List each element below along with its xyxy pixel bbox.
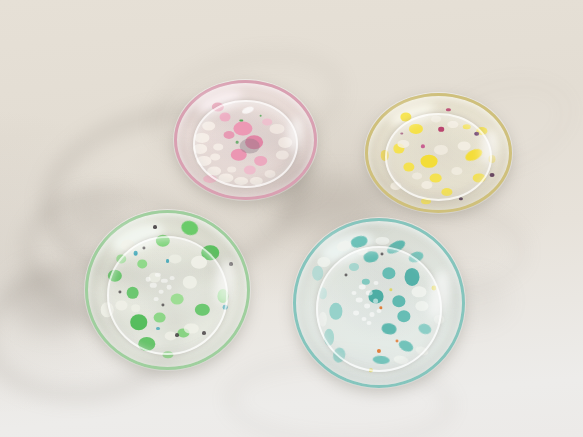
bowl-green xyxy=(85,210,250,370)
speckle xyxy=(446,108,450,111)
speckle xyxy=(229,262,233,266)
speckle xyxy=(431,286,436,291)
glass-bowls xyxy=(0,0,583,437)
speckle xyxy=(318,257,331,267)
bowl-pink xyxy=(174,80,317,200)
speckle xyxy=(153,225,157,229)
speckle xyxy=(490,173,495,177)
speckle xyxy=(489,155,496,163)
bowl-inner-rim xyxy=(385,113,492,201)
bowl-yellow xyxy=(365,93,512,213)
speckle xyxy=(376,237,389,245)
photo xyxy=(0,0,583,437)
bowl-inner-rim xyxy=(193,100,297,188)
bowl-inner-rim xyxy=(316,246,442,372)
bowl-inner-rim xyxy=(107,236,228,355)
speckle xyxy=(312,266,324,281)
speckle xyxy=(179,219,200,238)
bowl-teal xyxy=(293,218,465,388)
